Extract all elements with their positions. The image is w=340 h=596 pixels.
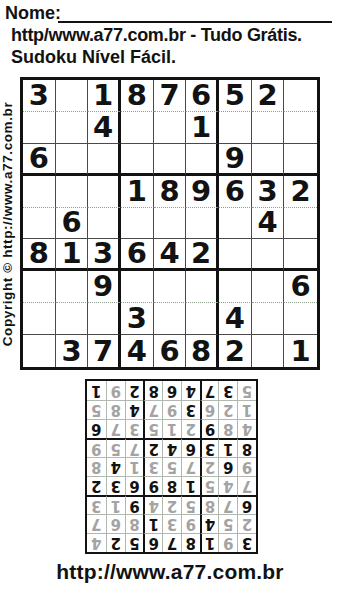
- puzzle-cell-r2c7: [219, 112, 252, 144]
- puzzle-cell-r9c4: 4: [121, 335, 154, 367]
- solution-cell-r3c6: 4: [143, 495, 162, 514]
- solution-cell-r4c3: 5: [200, 476, 219, 495]
- puzzle-cell-r1c3: 1: [88, 80, 121, 112]
- puzzle-cell-r6c4: 6: [121, 239, 154, 271]
- solution-cell-r5c5: 5: [162, 457, 181, 476]
- puzzle-cell-r6c6: 2: [186, 239, 219, 271]
- puzzle-cell-r8c7: 4: [219, 303, 252, 335]
- puzzle-cell-r7c1: [23, 271, 56, 303]
- solution-cell-r8c6: 7: [143, 400, 162, 419]
- solution-cell-r5c2: 6: [218, 457, 237, 476]
- puzzle-cell-r8c1: [23, 303, 56, 335]
- puzzle-cell-r9c6: 8: [186, 335, 219, 367]
- solution-cell-r6c3: 3: [200, 438, 219, 457]
- puzzle-cell-r1c5: 7: [154, 80, 187, 112]
- puzzle-cell-r5c5: [154, 208, 187, 240]
- solution-cell-r4c9: 2: [87, 476, 106, 495]
- solution-cell-r1c5: 7: [162, 533, 181, 552]
- solution-cell-r6c9: 9: [87, 438, 106, 457]
- solution-cell-r8c8: 8: [106, 400, 125, 419]
- puzzle-cell-r2c1: [23, 112, 56, 144]
- solution-cell-r7c8: 7: [106, 419, 125, 438]
- puzzle-cell-r3c8: [252, 144, 285, 176]
- solution-cell-r9c1: 5: [237, 381, 256, 400]
- solution-cell-r1c6: 6: [143, 533, 162, 552]
- puzzle-cell-r8c4: 3: [121, 303, 154, 335]
- puzzle-cell-r8c2: [56, 303, 89, 335]
- sudoku-puzzle-grid: 318765241691896326481364296343746821: [20, 77, 320, 370]
- solution-cell-r3c8: 1: [106, 495, 125, 514]
- solution-cell-r3c1: 6: [237, 495, 256, 514]
- solution-cell-r7c7: 3: [125, 419, 144, 438]
- puzzle-cell-r4c6: 9: [186, 176, 219, 208]
- solution-cell-r3c7: 9: [125, 495, 144, 514]
- solution-cell-r2c9: 7: [87, 514, 106, 533]
- solution-cell-r5c1: 9: [237, 457, 256, 476]
- solution-cell-r8c5: 9: [162, 400, 181, 419]
- solution-cell-r6c8: 5: [106, 438, 125, 457]
- solution-cell-r7c2: 8: [218, 419, 237, 438]
- sudoku-sheet: Nome: http/www.a77.com.br - Tudo Grátis.…: [0, 0, 340, 596]
- puzzle-cell-r7c8: [252, 271, 285, 303]
- puzzle-cell-r6c3: 3: [88, 239, 121, 271]
- solution-cell-r4c5: 8: [162, 476, 181, 495]
- puzzle-cell-r6c7: [219, 239, 252, 271]
- puzzle-cell-r1c7: 5: [219, 80, 252, 112]
- name-label: Nome:: [5, 3, 61, 24]
- solution-cell-r9c3: 7: [200, 381, 219, 400]
- solution-cell-r1c1: 3: [237, 533, 256, 552]
- solution-cell-r5c3: 2: [200, 457, 219, 476]
- solution-cell-r9c2: 3: [218, 381, 237, 400]
- puzzle-cell-r3c3: [88, 144, 121, 176]
- puzzle-cell-r9c1: [23, 335, 56, 367]
- puzzle-cell-r2c2: [56, 112, 89, 144]
- puzzle-cell-r7c9: 6: [284, 271, 317, 303]
- puzzle-cell-r4c1: [23, 176, 56, 208]
- puzzle-cell-r8c5: [154, 303, 187, 335]
- puzzle-cell-r5c6: [186, 208, 219, 240]
- puzzle-cell-r9c3: 7: [88, 335, 121, 367]
- solution-cell-r1c4: 8: [181, 533, 200, 552]
- puzzle-cell-r4c9: 2: [284, 176, 317, 208]
- puzzle-cell-r3c7: 9: [219, 144, 252, 176]
- puzzle-cell-r4c7: 6: [219, 176, 252, 208]
- solution-cell-r1c9: 4: [87, 533, 106, 552]
- puzzle-cell-r4c4: 1: [121, 176, 154, 208]
- puzzle-cell-r9c2: 3: [56, 335, 89, 367]
- puzzle-cell-r5c2: 6: [56, 208, 89, 240]
- puzzle-cell-r1c4: 8: [121, 80, 154, 112]
- solution-cell-r3c2: 7: [218, 495, 237, 514]
- solution-cell-r4c1: 7: [237, 476, 256, 495]
- solution-cell-r6c6: 2: [143, 438, 162, 457]
- solution-cell-r2c8: 6: [106, 514, 125, 533]
- puzzle-cell-r5c9: [284, 208, 317, 240]
- solution-cell-r6c7: 7: [125, 438, 144, 457]
- solution-cell-r1c7: 5: [125, 533, 144, 552]
- puzzle-cell-r9c8: [252, 335, 285, 367]
- solution-cell-r9c7: 2: [125, 381, 144, 400]
- puzzle-cell-r3c4: [121, 144, 154, 176]
- puzzle-cell-r4c2: [56, 176, 89, 208]
- puzzle-cell-r6c1: 8: [23, 239, 56, 271]
- solution-cell-r3c9: 3: [87, 495, 106, 514]
- solution-cell-r7c4: 2: [181, 419, 200, 438]
- puzzle-cell-r8c3: [88, 303, 121, 335]
- solution-cell-r1c8: 2: [106, 533, 125, 552]
- solution-cell-r8c3: 6: [200, 400, 219, 419]
- solution-cell-r2c3: 4: [200, 514, 219, 533]
- solution-cell-r6c4: 6: [181, 438, 200, 457]
- solution-cell-r8c2: 2: [218, 400, 237, 419]
- solution-cell-r8c7: 4: [125, 400, 144, 419]
- puzzle-cell-r3c5: [154, 144, 187, 176]
- solution-cell-r8c1: 1: [237, 400, 256, 419]
- solution-cell-r9c5: 6: [162, 381, 181, 400]
- puzzle-cell-r8c6: [186, 303, 219, 335]
- puzzle-cell-r6c9: [284, 239, 317, 271]
- puzzle-cell-r1c8: 2: [252, 80, 285, 112]
- solution-cell-r9c6: 8: [143, 381, 162, 400]
- puzzle-cell-r9c7: 2: [219, 335, 252, 367]
- solution-cell-r7c3: 9: [200, 419, 219, 438]
- puzzle-cell-r2c3: 4: [88, 112, 121, 144]
- solution-cell-r5c7: 1: [125, 457, 144, 476]
- solution-cell-r2c7: 8: [125, 514, 144, 533]
- puzzle-cell-r2c6: 1: [186, 112, 219, 144]
- puzzle-cell-r7c6: [186, 271, 219, 303]
- puzzle-cell-r6c8: [252, 239, 285, 271]
- puzzle-cell-r9c9: 1: [284, 335, 317, 367]
- solution-cell-r6c1: 8: [237, 438, 256, 457]
- puzzle-level-title: Sudoku Nível Fácil.: [11, 47, 176, 68]
- puzzle-cell-r7c2: [56, 271, 89, 303]
- solution-cell-r2c1: 2: [237, 514, 256, 533]
- solution-cell-r9c4: 4: [181, 381, 200, 400]
- puzzle-cell-r5c8: 4: [252, 208, 285, 240]
- solution-cell-r9c8: 9: [106, 381, 125, 400]
- solution-cell-r3c3: 8: [200, 495, 219, 514]
- puzzle-cell-r1c9: [284, 80, 317, 112]
- puzzle-cell-r1c1: 3: [23, 80, 56, 112]
- solution-cell-r2c6: 1: [143, 514, 162, 533]
- puzzle-cell-r7c5: [154, 271, 187, 303]
- site-header-text: http/www.a77.com.br - Tudo Grátis.: [11, 25, 302, 46]
- puzzle-cell-r7c3: 9: [88, 271, 121, 303]
- vertical-copyright-text: Copyright © http://www.a77.com.br: [0, 78, 18, 371]
- puzzle-cell-r5c3: [88, 208, 121, 240]
- solution-cell-r2c5: 3: [162, 514, 181, 533]
- puzzle-cell-r3c6: [186, 144, 219, 176]
- solution-cell-r2c2: 5: [218, 514, 237, 533]
- puzzle-cell-r4c3: [88, 176, 121, 208]
- solution-cell-r5c4: 7: [181, 457, 200, 476]
- solution-cell-r7c1: 4: [237, 419, 256, 438]
- solution-cell-r6c2: 1: [218, 438, 237, 457]
- puzzle-cell-r4c8: 3: [252, 176, 285, 208]
- puzzle-cell-r7c7: [219, 271, 252, 303]
- puzzle-cell-r5c4: [121, 208, 154, 240]
- puzzle-cell-r3c9: [284, 144, 317, 176]
- solution-cell-r1c2: 9: [218, 533, 237, 552]
- puzzle-cell-r9c5: 6: [154, 335, 187, 367]
- puzzle-cell-r2c9: [284, 112, 317, 144]
- footer-url: http://www.a77.com.br: [0, 560, 340, 584]
- puzzle-cell-r7c4: [121, 271, 154, 303]
- sudoku-solution-grid-rotated: 3918765242549318676785249137451896329627…: [85, 379, 258, 554]
- puzzle-cell-r2c5: [154, 112, 187, 144]
- solution-cell-r4c4: 1: [181, 476, 200, 495]
- puzzle-cell-r8c8: [252, 303, 285, 335]
- puzzle-cell-r5c7: [219, 208, 252, 240]
- solution-cell-r4c8: 3: [106, 476, 125, 495]
- solution-cell-r7c9: 6: [87, 419, 106, 438]
- solution-cell-r8c9: 5: [87, 400, 106, 419]
- puzzle-cell-r1c2: [56, 80, 89, 112]
- puzzle-cell-r5c1: [23, 208, 56, 240]
- puzzle-cell-r6c5: 4: [154, 239, 187, 271]
- puzzle-cell-r4c5: 8: [154, 176, 187, 208]
- puzzle-cell-r3c2: [56, 144, 89, 176]
- solution-cell-r1c3: 1: [200, 533, 219, 552]
- puzzle-cell-r2c4: [121, 112, 154, 144]
- puzzle-cell-r3c1: 6: [23, 144, 56, 176]
- solution-cell-r4c7: 6: [125, 476, 144, 495]
- puzzle-cell-r8c9: [284, 303, 317, 335]
- solution-cell-r5c8: 4: [106, 457, 125, 476]
- solution-cell-r4c6: 9: [143, 476, 162, 495]
- puzzle-cell-r6c2: 1: [56, 239, 89, 271]
- name-fill-line: [58, 2, 332, 23]
- solution-cell-r8c4: 3: [181, 400, 200, 419]
- puzzle-cell-r2c8: [252, 112, 285, 144]
- solution-cell-r3c4: 5: [181, 495, 200, 514]
- solution-cell-r9c9: 1: [87, 381, 106, 400]
- solution-cell-r5c9: 8: [87, 457, 106, 476]
- solution-cell-r5c6: 3: [143, 457, 162, 476]
- solution-cell-r7c5: 1: [162, 419, 181, 438]
- puzzle-cell-r1c6: 6: [186, 80, 219, 112]
- solution-cell-r7c6: 5: [143, 419, 162, 438]
- solution-cell-r2c4: 9: [181, 514, 200, 533]
- solution-cell-r6c5: 4: [162, 438, 181, 457]
- solution-cell-r3c5: 2: [162, 495, 181, 514]
- solution-cell-r4c2: 4: [218, 476, 237, 495]
